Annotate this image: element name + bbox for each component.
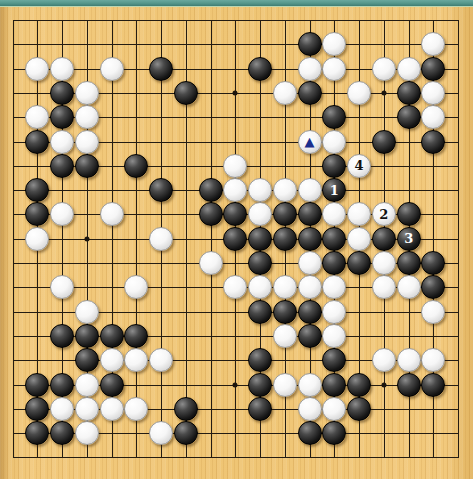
stone-white (273, 324, 297, 348)
stone-white (273, 373, 297, 397)
stone-black (50, 81, 74, 105)
go-game-screenshot: ▲4123 (0, 0, 473, 479)
stone-black (322, 154, 346, 178)
stone-black (149, 57, 173, 81)
stone-white (372, 57, 396, 81)
stone-white-move-4: 4 (347, 154, 371, 178)
stone-white (372, 275, 396, 299)
stone-black (298, 421, 322, 445)
stone-black (50, 154, 74, 178)
stone-black (397, 105, 421, 129)
stone-white (124, 348, 148, 372)
stone-white (25, 57, 49, 81)
stone-black (347, 251, 371, 275)
stone-white (298, 251, 322, 275)
stone-white (397, 57, 421, 81)
stone-black (174, 421, 198, 445)
stone-black (248, 227, 272, 251)
stone-black (397, 202, 421, 226)
stone-black (199, 202, 223, 226)
grid-line-vertical (458, 20, 459, 458)
stone-white (322, 130, 346, 154)
stone-white (421, 81, 445, 105)
hoshi-star-point (381, 90, 386, 95)
stone-black (25, 421, 49, 445)
stone-black (347, 397, 371, 421)
move-number-label: 2 (379, 208, 388, 221)
stone-black (298, 227, 322, 251)
stone-black (248, 251, 272, 275)
stone-black (397, 81, 421, 105)
stone-black (100, 373, 124, 397)
stone-white (100, 348, 124, 372)
move-number-label: 3 (404, 232, 413, 245)
stone-white (322, 202, 346, 226)
grid-line-vertical (211, 20, 212, 458)
stone-black (273, 300, 297, 324)
stone-white (223, 154, 247, 178)
stone-black (322, 348, 346, 372)
stone-black (149, 178, 173, 202)
stone-white (322, 397, 346, 421)
stone-black-move-1: 1 (322, 178, 346, 202)
stone-black (273, 227, 297, 251)
stone-white (100, 397, 124, 421)
stone-white (273, 178, 297, 202)
stone-black (397, 373, 421, 397)
stone-white (322, 300, 346, 324)
stone-white (149, 227, 173, 251)
stone-white (223, 178, 247, 202)
stone-black (298, 324, 322, 348)
stone-white (322, 324, 346, 348)
stone-black (248, 300, 272, 324)
window-edge-strip (0, 0, 473, 7)
stone-white (124, 397, 148, 421)
stone-black (25, 130, 49, 154)
grid-line-vertical (13, 20, 14, 458)
stone-white (322, 275, 346, 299)
hoshi-star-point (84, 236, 89, 241)
stone-black (397, 251, 421, 275)
stone-white (124, 275, 148, 299)
stone-black (50, 373, 74, 397)
stone-white (347, 202, 371, 226)
stone-black (174, 397, 198, 421)
stone-black (298, 202, 322, 226)
stone-white (298, 275, 322, 299)
stone-white (298, 397, 322, 421)
stone-black (25, 178, 49, 202)
stone-black (322, 227, 346, 251)
stone-black (322, 373, 346, 397)
stone-black (248, 397, 272, 421)
stone-white (100, 202, 124, 226)
stone-black (223, 202, 247, 226)
stone-white (25, 105, 49, 129)
stone-black (199, 178, 223, 202)
stone-white (322, 32, 346, 56)
stone-black (174, 81, 198, 105)
stone-black (372, 130, 396, 154)
stone-white (25, 227, 49, 251)
stone-black (372, 227, 396, 251)
stone-black-move-3: 3 (397, 227, 421, 251)
stone-black (322, 105, 346, 129)
stone-black (25, 397, 49, 421)
stone-white (75, 81, 99, 105)
stone-white (75, 300, 99, 324)
stone-black (248, 373, 272, 397)
stone-black (273, 202, 297, 226)
stone-black (298, 81, 322, 105)
stone-black (421, 373, 445, 397)
move-number-label: 1 (330, 184, 339, 197)
stone-white-move-2: 2 (372, 202, 396, 226)
stone-black (25, 202, 49, 226)
stone-white (421, 105, 445, 129)
stone-black (298, 32, 322, 56)
stone-white (372, 251, 396, 275)
stone-white (248, 202, 272, 226)
stone-black (25, 373, 49, 397)
stone-white (75, 130, 99, 154)
hoshi-star-point (381, 382, 386, 387)
stone-black (50, 421, 74, 445)
stone-white (273, 275, 297, 299)
stone-white (75, 373, 99, 397)
stone-white (298, 57, 322, 81)
stone-black (298, 300, 322, 324)
stone-black (421, 57, 445, 81)
grid-line-vertical (136, 20, 137, 458)
stone-black (124, 324, 148, 348)
stone-black (50, 105, 74, 129)
stone-white (50, 130, 74, 154)
stone-white (50, 275, 74, 299)
stone-white (75, 105, 99, 129)
stone-white (421, 32, 445, 56)
stone-black (75, 324, 99, 348)
stone-white (100, 57, 124, 81)
go-board[interactable]: ▲4123 (0, 7, 473, 479)
stone-black (322, 421, 346, 445)
stone-white (273, 81, 297, 105)
stone-white (50, 57, 74, 81)
stone-black (124, 154, 148, 178)
move-number-label: 4 (355, 159, 364, 172)
stone-white (397, 275, 421, 299)
stone-black (75, 348, 99, 372)
stone-white (372, 348, 396, 372)
stone-white (75, 397, 99, 421)
stone-black (248, 57, 272, 81)
stone-black (421, 130, 445, 154)
stone-white (50, 202, 74, 226)
triangle-marker-icon: ▲ (305, 135, 315, 148)
stone-black (100, 324, 124, 348)
stone-black (75, 154, 99, 178)
stone-black (248, 348, 272, 372)
stone-white (397, 348, 421, 372)
stone-black (421, 251, 445, 275)
stone-white (248, 178, 272, 202)
stone-white-triangle-marked: ▲ (298, 130, 322, 154)
hoshi-star-point (233, 90, 238, 95)
stone-black (223, 227, 247, 251)
stone-white (421, 300, 445, 324)
stone-white (421, 348, 445, 372)
stone-white (149, 348, 173, 372)
stone-white (223, 275, 247, 299)
stone-white (199, 251, 223, 275)
stone-black (347, 373, 371, 397)
stone-white (298, 178, 322, 202)
stone-white (75, 421, 99, 445)
stone-black (322, 251, 346, 275)
stone-white (298, 373, 322, 397)
hoshi-star-point (233, 382, 238, 387)
stone-white (149, 421, 173, 445)
stone-black (421, 275, 445, 299)
stone-white (322, 57, 346, 81)
stone-black (50, 324, 74, 348)
stone-white (347, 227, 371, 251)
stone-white (50, 397, 74, 421)
stone-white (347, 81, 371, 105)
stone-white (248, 275, 272, 299)
